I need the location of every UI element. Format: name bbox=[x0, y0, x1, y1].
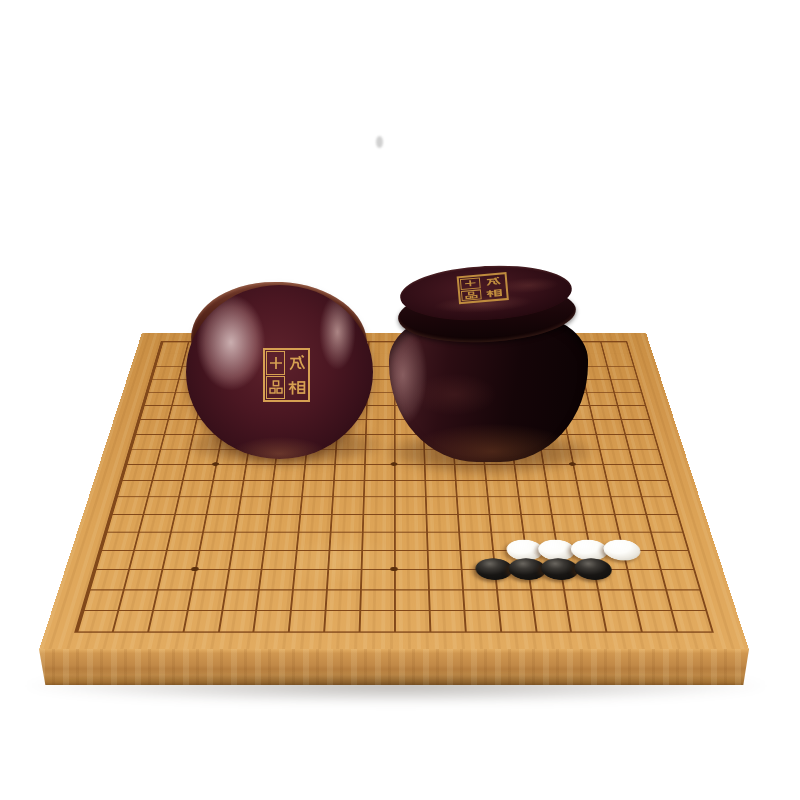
right-bowl-seal bbox=[457, 272, 509, 304]
go-set-product-photo bbox=[0, 0, 800, 800]
left-bowl-seal bbox=[263, 348, 310, 402]
board-drop-shadow bbox=[26, 678, 766, 704]
left-bowl-lid-face bbox=[186, 285, 373, 459]
go-stone-white[interactable] bbox=[602, 540, 643, 561]
left-go-bowl bbox=[185, 280, 375, 462]
seal-char-xiang-icon bbox=[286, 376, 307, 400]
seal-char-xiang-icon bbox=[482, 287, 505, 299]
seal-char-pin-icon bbox=[461, 289, 482, 301]
photo-speck bbox=[376, 136, 383, 148]
seal-char-shi-icon bbox=[460, 277, 481, 289]
star-point bbox=[190, 567, 198, 571]
star-point bbox=[390, 567, 397, 571]
right-go-bowl bbox=[388, 262, 590, 464]
seal-char-cheng-icon bbox=[481, 275, 504, 287]
go-stone-black[interactable] bbox=[573, 559, 614, 581]
seal-char-shi-icon bbox=[266, 351, 285, 375]
star-point bbox=[212, 462, 219, 465]
seal-char-cheng-icon bbox=[286, 351, 307, 375]
seal-char-pin-icon bbox=[266, 376, 285, 400]
